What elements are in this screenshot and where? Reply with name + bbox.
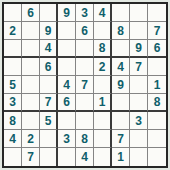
cell-r2c7[interactable]: 8 [112, 22, 130, 40]
cell-r8c3[interactable] [40, 130, 58, 148]
cell-r7c2[interactable] [22, 112, 40, 130]
cell-r8c7[interactable]: 7 [112, 130, 130, 148]
cell-r4c6[interactable]: 2 [94, 58, 112, 76]
cell-r6c1[interactable]: 3 [4, 94, 22, 112]
cell-r6c6[interactable]: 1 [94, 94, 112, 112]
cell-r8c9[interactable] [148, 130, 166, 148]
cell-r5c4[interactable]: 4 [58, 76, 76, 94]
cell-r1c8[interactable] [130, 4, 148, 22]
cell-r5c6[interactable] [94, 76, 112, 94]
cell-r6c4[interactable]: 6 [58, 94, 76, 112]
cell-r5c7[interactable]: 9 [112, 76, 130, 94]
cell-r6c2[interactable] [22, 94, 40, 112]
cell-r9c1[interactable] [4, 148, 22, 166]
cell-r5c2[interactable] [22, 76, 40, 94]
cell-r6c8[interactable] [130, 94, 148, 112]
cell-r7c8[interactable]: 3 [130, 112, 148, 130]
cell-r7c4[interactable] [58, 112, 76, 130]
cell-r5c9[interactable]: 1 [148, 76, 166, 94]
cell-r6c3[interactable]: 7 [40, 94, 58, 112]
cell-r6c9[interactable]: 8 [148, 94, 166, 112]
cell-r9c4[interactable] [58, 148, 76, 166]
cell-r3c3[interactable]: 4 [40, 40, 58, 58]
cell-r3c2[interactable] [22, 40, 40, 58]
cell-r3c7[interactable] [112, 40, 130, 58]
cell-r9c5[interactable]: 4 [76, 148, 94, 166]
cell-r7c9[interactable] [148, 112, 166, 130]
cell-r9c3[interactable] [40, 148, 58, 166]
cell-r8c6[interactable] [94, 130, 112, 148]
cell-r5c8[interactable] [130, 76, 148, 94]
cell-r3c6[interactable]: 8 [94, 40, 112, 58]
cell-r4c7[interactable]: 4 [112, 58, 130, 76]
cell-r9c7[interactable]: 1 [112, 148, 130, 166]
cell-r9c2[interactable]: 7 [22, 148, 40, 166]
cell-r4c2[interactable] [22, 58, 40, 76]
cell-r7c6[interactable] [94, 112, 112, 130]
cell-r1c9[interactable] [148, 4, 166, 22]
cell-r5c1[interactable]: 5 [4, 76, 22, 94]
cell-r4c5[interactable] [76, 58, 94, 76]
cell-r4c1[interactable] [4, 58, 22, 76]
cell-r6c7[interactable] [112, 94, 130, 112]
cell-r3c4[interactable] [58, 40, 76, 58]
cell-r2c5[interactable]: 6 [76, 22, 94, 40]
cell-r8c5[interactable]: 8 [76, 130, 94, 148]
cell-r4c3[interactable]: 6 [40, 58, 58, 76]
cell-r1c3[interactable] [40, 4, 58, 22]
cell-r3c8[interactable]: 9 [130, 40, 148, 58]
cell-r5c5[interactable]: 7 [76, 76, 94, 94]
cell-r9c6[interactable] [94, 148, 112, 166]
cell-r4c8[interactable]: 7 [130, 58, 148, 76]
cell-r8c2[interactable]: 2 [22, 130, 40, 148]
cell-r7c7[interactable] [112, 112, 130, 130]
cell-r1c6[interactable]: 4 [94, 4, 112, 22]
cell-r2c9[interactable]: 7 [148, 22, 166, 40]
cell-r7c1[interactable]: 8 [4, 112, 22, 130]
sudoku-board: 69342968748966247547913761885342387741 [2, 2, 168, 168]
cell-r8c1[interactable]: 4 [4, 130, 22, 148]
cell-r1c5[interactable]: 3 [76, 4, 94, 22]
cell-r2c2[interactable] [22, 22, 40, 40]
cell-r8c4[interactable]: 3 [58, 130, 76, 148]
cell-r7c3[interactable]: 5 [40, 112, 58, 130]
cell-r1c2[interactable]: 6 [22, 4, 40, 22]
cell-r3c5[interactable] [76, 40, 94, 58]
cell-r9c8[interactable] [130, 148, 148, 166]
cell-r1c1[interactable] [4, 4, 22, 22]
cell-r3c1[interactable] [4, 40, 22, 58]
cell-r8c8[interactable] [130, 130, 148, 148]
cell-r3c9[interactable]: 6 [148, 40, 166, 58]
cell-r2c1[interactable]: 2 [4, 22, 22, 40]
cell-r7c5[interactable] [76, 112, 94, 130]
cell-r2c3[interactable]: 9 [40, 22, 58, 40]
cell-r4c4[interactable] [58, 58, 76, 76]
cell-r9c9[interactable] [148, 148, 166, 166]
cell-r2c8[interactable] [130, 22, 148, 40]
cell-r6c5[interactable] [76, 94, 94, 112]
cell-r2c6[interactable] [94, 22, 112, 40]
cell-r2c4[interactable] [58, 22, 76, 40]
cell-r1c7[interactable] [112, 4, 130, 22]
cell-r4c9[interactable] [148, 58, 166, 76]
cell-r5c3[interactable] [40, 76, 58, 94]
cell-r1c4[interactable]: 9 [58, 4, 76, 22]
